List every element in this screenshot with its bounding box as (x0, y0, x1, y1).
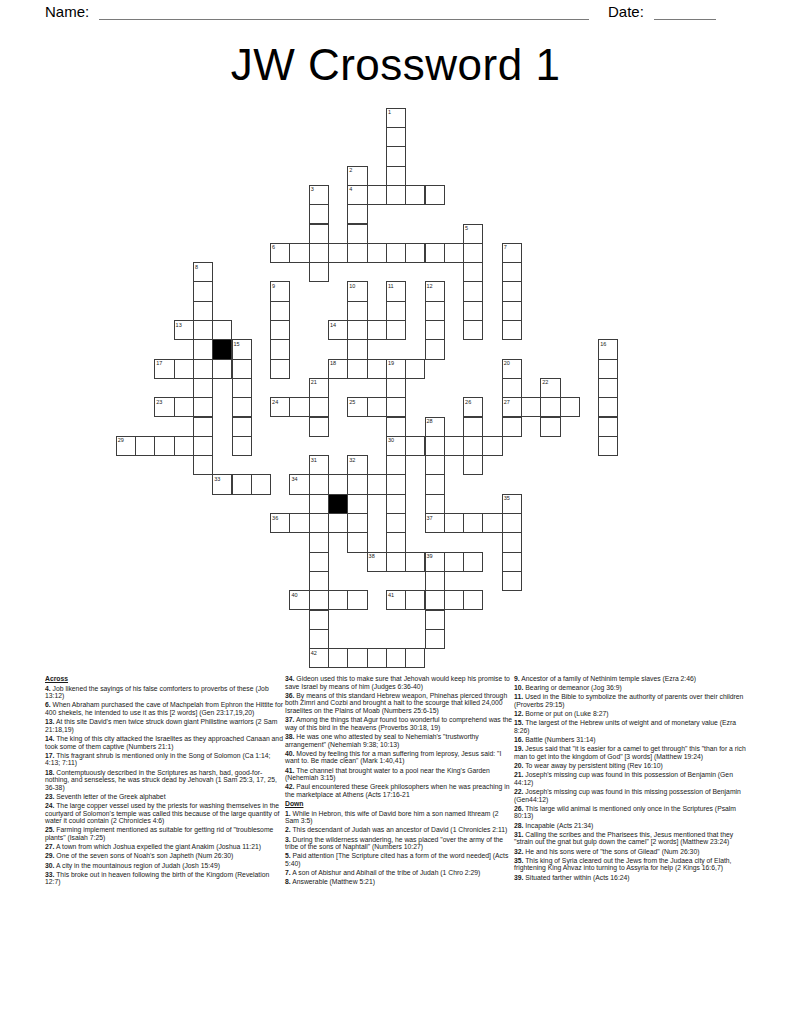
cell-number-19: 19 (388, 360, 394, 366)
grid-cell-r13c6[interactable] (232, 359, 252, 379)
grid-cell-r7c17[interactable] (444, 243, 464, 263)
grid-cell-r16c16[interactable]: 28 (425, 417, 445, 437)
clue-across-17: 17. This fragrant shrub is mentioned onl… (45, 752, 285, 767)
grid-cell-r15c3[interactable] (174, 397, 194, 417)
grid-cell-r4c12[interactable]: 4 (347, 185, 367, 205)
grid-cell-r14c6[interactable] (232, 378, 252, 398)
cell-number-42: 42 (311, 650, 317, 656)
grid-cell-r8c20[interactable] (502, 262, 522, 282)
cell-number-2: 2 (349, 167, 352, 173)
grid-cell-r23c14[interactable] (386, 552, 406, 572)
grid-cell-r16c18[interactable] (463, 417, 483, 437)
cell-number-25: 25 (349, 399, 355, 405)
clue-number: 38. (285, 733, 294, 740)
grid-cell-r13c12[interactable] (347, 359, 367, 379)
grid-cell-r25c11[interactable] (328, 590, 348, 610)
grid-cell-r23c13[interactable]: 38 (367, 552, 387, 572)
grid-cell-r28c12[interactable] (347, 648, 367, 668)
clue-number: 18. (45, 769, 54, 776)
grid-cell-r4c15[interactable] (405, 185, 425, 205)
grid-cell-r3c12[interactable]: 2 (347, 166, 367, 186)
grid-cell-r18c18[interactable] (463, 455, 483, 475)
grid-cell-r19c10[interactable] (309, 474, 329, 494)
grid-cell-r25c9[interactable]: 40 (289, 590, 309, 610)
grid-cell-r27c16[interactable] (425, 629, 445, 649)
grid-cell-r10c18[interactable] (463, 301, 483, 321)
grid-cell-r8c10[interactable] (309, 262, 329, 282)
grid-cell-r14c4[interactable] (193, 378, 213, 398)
clue-down-11: 11. Used in the Bible to symbolize the a… (514, 693, 747, 708)
grid-cell-r17c17[interactable] (444, 436, 464, 456)
grid-cell-r17c6[interactable] (232, 436, 252, 456)
clue-down-9: 9. Ancestor of a family of Nethinim temp… (514, 675, 747, 683)
grid-cell-r9c14[interactable]: 11 (386, 281, 406, 301)
clue-across-30: 30. A city in the mountainous region of … (45, 862, 285, 870)
grid-cell-r17c1[interactable] (135, 436, 155, 456)
clue-number: 6. (45, 701, 51, 708)
grid-cell-r16c20[interactable] (502, 417, 522, 437)
grid-cell-r9c20[interactable] (502, 281, 522, 301)
cell-number-12: 12 (427, 283, 433, 289)
clue-across-36: 36. By means of this standard Hebrew wea… (285, 692, 514, 715)
grid-cell-r21c16[interactable]: 37 (425, 513, 445, 533)
grid-cell-r10c8[interactable] (270, 301, 290, 321)
grid-cell-r23c20[interactable] (502, 552, 522, 572)
clue-down-5: 5. Paid attention [The Scripture cited h… (285, 852, 514, 867)
grid-cell-r12c25[interactable]: 16 (598, 339, 618, 359)
grid-cell-r19c11[interactable] (328, 474, 348, 494)
grid-cell-r19c14[interactable] (386, 474, 406, 494)
grid-cell-r15c25[interactable] (598, 397, 618, 417)
grid-cell-r24c16[interactable] (425, 571, 445, 591)
grid-cell-r13c2[interactable]: 17 (154, 359, 174, 379)
clue-down-10: 10. Bearing or demeanor (Jog 36:9) (514, 684, 747, 692)
grid-cell-r15c12[interactable]: 25 (347, 397, 367, 417)
clue-number: 14. (45, 735, 54, 742)
clue-number: 31. (514, 831, 523, 838)
grid-cell-r15c6[interactable] (232, 397, 252, 417)
grid-cell-r5c10[interactable] (309, 204, 329, 224)
clue-across-14: 14. The king of this city attacked the I… (45, 735, 285, 750)
grid-cell-r12c12[interactable] (347, 339, 367, 359)
clues-column-right: 9. Ancestor of a family of Nethinim temp… (514, 675, 747, 883)
grid-cell-r11c18[interactable] (463, 320, 483, 340)
clue-across-33: 33. This broke out in heaven following t… (45, 871, 285, 886)
cell-number-29: 29 (118, 437, 124, 443)
grid-cell-r22c12[interactable] (347, 532, 367, 552)
grid-cell-r17c18[interactable] (463, 436, 483, 456)
grid-cell-r21c18[interactable] (463, 513, 483, 533)
clue-down-7: 7. A son of Abishur and Abihail of the t… (285, 869, 514, 877)
cell-number-7: 7 (504, 244, 507, 250)
cell-number-21: 21 (311, 379, 317, 385)
grid-cell-r19c6[interactable] (232, 474, 252, 494)
grid-cell-r13c15[interactable] (405, 359, 425, 379)
grid-cell-r16c14[interactable] (386, 417, 406, 437)
grid-cell-r15c22[interactable] (540, 397, 560, 417)
cell-number-6: 6 (272, 244, 275, 250)
clue-across-4: 4. Job likened the sayings of his false … (45, 685, 285, 700)
grid-cell-r15c18[interactable]: 26 (463, 397, 483, 417)
name-label: Name: (45, 3, 89, 20)
grid-cell-r28c15[interactable] (405, 648, 425, 668)
grid-cell-r17c14[interactable]: 30 (386, 436, 406, 456)
grid-cell-r17c4[interactable] (193, 436, 213, 456)
grid-cell-r14c25[interactable] (598, 378, 618, 398)
grid-cell-r10c4[interactable] (193, 301, 213, 321)
clue-number: 16. (514, 736, 523, 743)
grid-cell-r15c13[interactable] (367, 397, 387, 417)
grid-cell-r9c12[interactable]: 10 (347, 281, 367, 301)
grid-cell-r19c12[interactable] (347, 474, 367, 494)
clue-number: 41. (285, 767, 294, 774)
cell-number-41: 41 (388, 592, 394, 598)
grid-cell-r7c16[interactable] (425, 243, 445, 263)
grid-cell-r11c5[interactable] (212, 320, 232, 340)
grid-cell-r9c4[interactable] (193, 281, 213, 301)
grid-cell-r8c4[interactable]: 8 (193, 262, 213, 282)
grid-cell-r17c25[interactable] (598, 436, 618, 456)
grid-cell-r18c12[interactable]: 32 (347, 455, 367, 475)
grid-cell-r15c4[interactable] (193, 397, 213, 417)
cell-number-39: 39 (427, 553, 433, 559)
grid-cell-r12c8[interactable] (270, 339, 290, 359)
clue-number: 33. (45, 871, 54, 878)
cell-number-33: 33 (214, 476, 220, 482)
grid-cell-r12c6[interactable]: 15 (232, 339, 252, 359)
grid-cell-r25c15[interactable] (405, 590, 425, 610)
clue-down-1: 1. While in Hebron, this wife of David b… (285, 810, 514, 825)
grid-cell-r21c20[interactable] (502, 513, 522, 533)
grid-cell-r17c3[interactable] (174, 436, 194, 456)
grid-cell-r15c10[interactable] (309, 397, 329, 417)
clue-number: 21. (514, 771, 523, 778)
clue-down-8: 8. Answerable (Matthew 5:21) (285, 878, 514, 886)
grid-cell-r28c13[interactable] (367, 648, 387, 668)
grid-cell-r24c10[interactable] (309, 571, 329, 591)
clue-across-40: 40. Moved by feeling this for a man suff… (285, 750, 514, 765)
grid-cell-r7c18[interactable] (463, 243, 483, 263)
grid-cell-r25c18[interactable] (463, 590, 483, 610)
grid-cell-r1c14[interactable] (386, 127, 406, 147)
grid-cell-r20c14[interactable] (386, 494, 406, 514)
grid-cell-r9c18[interactable] (463, 281, 483, 301)
grid-cell-r11c4[interactable] (193, 320, 213, 340)
cell-number-34: 34 (291, 476, 297, 482)
cell-number-26: 26 (465, 399, 471, 405)
clue-across-13: 13. At this site David's men twice struc… (45, 718, 285, 733)
grid-cell-r19c13[interactable] (367, 474, 387, 494)
grid-cell-r27c10[interactable] (309, 629, 329, 649)
clue-number: 24. (45, 802, 54, 809)
grid-cell-r22c14[interactable] (386, 532, 406, 552)
grid-cell-r16c22[interactable] (540, 417, 560, 437)
grid-cell-r11c8[interactable] (270, 320, 290, 340)
grid-cell-r13c25[interactable] (598, 359, 618, 379)
clue-number: 29. (45, 852, 54, 859)
grid-cell-r10c12[interactable] (347, 301, 367, 321)
grid-cell-r15c8[interactable]: 24 (270, 397, 290, 417)
grid-cell-r21c12[interactable] (347, 513, 367, 533)
clue-down-19: 19. Jesus said that "it is easier for a … (514, 745, 747, 760)
grid-cell-r10c14[interactable] (386, 301, 406, 321)
grid-cell-r21c10[interactable] (309, 513, 329, 533)
clue-down-39: 39. Situated farther within (Acts 16:24) (514, 874, 747, 882)
clue-number: 30. (45, 862, 54, 869)
clue-number: 40. (285, 750, 294, 757)
clue-across-27: 27. A town from which Joshua expelled th… (45, 843, 285, 851)
grid-cell-r15c21[interactable] (521, 397, 541, 417)
cell-number-22: 22 (542, 379, 548, 385)
grid-cell-r14c14[interactable] (386, 378, 406, 398)
grid-cell-r22c10[interactable] (309, 532, 329, 552)
grid-cell-r15c14[interactable] (386, 397, 406, 417)
name-line[interactable] (99, 19, 589, 20)
worksheet-page: Name: Date: JW Crossword 1 1234567891011… (0, 0, 791, 1024)
grid-cell-r6c12[interactable] (347, 224, 367, 244)
grid-cell-r26c16[interactable] (425, 610, 445, 630)
cell-number-18: 18 (330, 360, 336, 366)
cell-number-40: 40 (291, 592, 297, 598)
grid-cell-r5c12[interactable] (347, 204, 367, 224)
grid-cell-r7c14[interactable] (386, 243, 406, 263)
grid-cell-r7c9[interactable] (289, 243, 309, 263)
grid-cell-r15c9[interactable] (289, 397, 309, 417)
grid-cell-r18c4[interactable] (193, 455, 213, 475)
grid-cell-r12c4[interactable] (193, 339, 213, 359)
grid-cell-r11c20[interactable] (502, 320, 522, 340)
cell-number-9: 9 (272, 283, 275, 289)
grid-cell-r10c16[interactable] (425, 301, 445, 321)
clue-down-20: 20. To wear away by persistent biting (R… (514, 762, 747, 770)
grid-cell-r15c23[interactable] (560, 397, 580, 417)
grid-cell-r11c14[interactable] (386, 320, 406, 340)
grid-cell-r24c20[interactable] (502, 571, 522, 591)
grid-cell-r20c20[interactable]: 35 (502, 494, 522, 514)
grid-cell-r19c16[interactable] (425, 474, 445, 494)
grid-cell-r7c11[interactable] (328, 243, 348, 263)
grid-cell-r13c8[interactable] (270, 359, 290, 379)
grid-cell-r9c8[interactable]: 9 (270, 281, 290, 301)
clue-number: 10. (514, 684, 523, 691)
grid-cell-r16c6[interactable] (232, 417, 252, 437)
grid-cell-r3c14[interactable] (386, 166, 406, 186)
clue-number: 26. (514, 805, 523, 812)
clue-number: 27. (45, 843, 54, 850)
grid-cell-r21c17[interactable] (444, 513, 464, 533)
cell-number-24: 24 (272, 399, 278, 405)
cell-number-14: 14 (330, 322, 336, 328)
clue-across-38: 38. He was one who attested by seal to N… (285, 733, 514, 748)
grid-cell-r13c5[interactable] (212, 359, 232, 379)
grid-cell-r28c11[interactable] (328, 648, 348, 668)
clues-column-middle: 34. Gideon used this to make sure that J… (285, 675, 514, 888)
grid-cell-r13c13[interactable] (367, 359, 387, 379)
grid-cell-r16c10[interactable] (309, 417, 329, 437)
grid-cell-r23c18[interactable] (463, 552, 483, 572)
grid-cell-r4c14[interactable] (386, 185, 406, 205)
cell-number-13: 13 (176, 322, 182, 328)
clue-number: 23. (45, 793, 54, 800)
grid-cell-r7c15[interactable] (405, 243, 425, 263)
grid-cell-r21c9[interactable] (289, 513, 309, 533)
date-line[interactable] (654, 19, 716, 20)
grid-cell-r16c25[interactable] (598, 417, 618, 437)
cell-number-20: 20 (504, 360, 510, 366)
clue-number: 2. (285, 826, 291, 833)
clue-across-41: 41. The channel that brought water to a … (285, 767, 514, 782)
grid-cell-r10c20[interactable] (502, 301, 522, 321)
clue-number: 7. (285, 869, 291, 876)
grid-cell-r15c20[interactable]: 27 (502, 397, 522, 417)
grid-cell-r25c14[interactable]: 41 (386, 590, 406, 610)
clue-number: 8. (285, 878, 291, 885)
grid-cell-r2c14[interactable] (386, 146, 406, 166)
cell-number-5: 5 (465, 225, 468, 231)
clue-down-3: 3. During the wilderness wandering, he w… (285, 836, 514, 851)
clue-number: 37. (285, 716, 294, 723)
grid-cell-r19c9[interactable]: 34 (289, 474, 309, 494)
grid-cell-r20c12[interactable] (347, 494, 367, 514)
grid-cell-r20c10[interactable] (309, 494, 329, 514)
clue-across-18: 18. Contemptuously described in the Scri… (45, 769, 285, 792)
grid-cell-r28c10[interactable]: 42 (309, 648, 329, 668)
grid-cell-r14c22[interactable]: 22 (540, 378, 560, 398)
clue-down-15: 15. The largest of the Hebrew units of w… (514, 719, 747, 734)
grid-cell-r25c10[interactable] (309, 590, 329, 610)
grid-cell-r14c20[interactable] (502, 378, 522, 398)
grid-cell-r4c10[interactable]: 3 (309, 185, 329, 205)
clue-number: 39. (514, 874, 523, 881)
grid-cell-r7c10[interactable] (309, 243, 329, 263)
grid-cell-r11c12[interactable] (347, 320, 367, 340)
clue-number: 4. (45, 685, 51, 692)
grid-cell-r18c10[interactable]: 31 (309, 455, 329, 475)
clue-number: 42. (285, 783, 294, 790)
grid-cell-r22c20[interactable] (502, 532, 522, 552)
cell-number-3: 3 (311, 186, 314, 192)
clue-number: 20. (514, 762, 523, 769)
clue-number: 35. (514, 857, 523, 864)
grid-cell-r11c13[interactable] (367, 320, 387, 340)
grid-cell-r13c20[interactable]: 20 (502, 359, 522, 379)
grid-cell-r17c16[interactable] (425, 436, 445, 456)
page-title: JW Crossword 1 (0, 40, 791, 90)
cell-number-27: 27 (504, 399, 510, 405)
grid-cell-r25c17[interactable] (444, 590, 464, 610)
grid-cell-r7c12[interactable] (347, 243, 367, 263)
clue-number: 17. (45, 752, 54, 759)
grid-cell-r17c15[interactable] (405, 436, 425, 456)
grid-cell-r25c12[interactable] (347, 590, 367, 610)
grid-cell-r17c2[interactable] (154, 436, 174, 456)
grid-cell-r11c11[interactable]: 14 (328, 320, 348, 340)
cell-number-35: 35 (504, 495, 510, 501)
grid-cell-r8c18[interactable] (463, 262, 483, 282)
grid-cell-r0c14[interactable]: 1 (386, 108, 406, 128)
clue-across-6: 6. When Abraham purchased the cave of Ma… (45, 701, 285, 716)
clue-number: 36. (285, 692, 294, 699)
grid-cell-r28c14[interactable] (386, 648, 406, 668)
grid-cell-r11c3[interactable]: 13 (174, 320, 194, 340)
grid-cell-r13c3[interactable] (174, 359, 194, 379)
grid-cell-r18c14[interactable] (386, 455, 406, 475)
grid-cell-r7c13[interactable] (367, 243, 387, 263)
cell-number-1: 1 (388, 109, 391, 115)
grid-cell-r26c10[interactable] (309, 610, 329, 630)
grid-cell-r12c16[interactable] (425, 339, 445, 359)
grid-cell-r21c14[interactable] (386, 513, 406, 533)
grid-cell-r23c16[interactable]: 39 (425, 552, 445, 572)
grid-cell-r7c20[interactable]: 7 (502, 243, 522, 263)
black-cell-r20c11 (328, 494, 348, 514)
grid-cell-r15c2[interactable]: 23 (154, 397, 174, 417)
cell-number-17: 17 (156, 360, 162, 366)
grid-cell-r17c0[interactable]: 29 (116, 436, 136, 456)
grid-cell-r18c16[interactable] (425, 455, 445, 475)
grid-cell-r21c8[interactable]: 36 (270, 513, 290, 533)
grid-cell-r21c19[interactable] (482, 513, 502, 533)
across-header: Across (45, 675, 285, 683)
grid-cell-r23c15[interactable] (405, 552, 425, 572)
clue-number: 5. (285, 852, 291, 859)
clue-number: 25. (45, 826, 54, 833)
clue-number: 22. (514, 788, 523, 795)
grid-cell-r19c5[interactable]: 33 (212, 474, 232, 494)
grid-cell-r17c19[interactable] (482, 436, 502, 456)
cell-number-31: 31 (311, 457, 317, 463)
clue-across-29: 29. One of the seven sons of Noah's son … (45, 852, 285, 860)
grid-cell-r4c13[interactable] (367, 185, 387, 205)
clue-number: 28. (514, 822, 523, 829)
clue-number: 11. (514, 693, 523, 700)
clue-number: 9. (514, 675, 520, 682)
grid-cell-r11c16[interactable] (425, 320, 445, 340)
grid-cell-r13c14[interactable]: 19 (386, 359, 406, 379)
cell-number-10: 10 (349, 283, 355, 289)
grid-cell-r6c10[interactable] (309, 224, 329, 244)
cell-number-37: 37 (427, 515, 433, 521)
cell-number-36: 36 (272, 515, 278, 521)
grid-cell-r6c18[interactable]: 5 (463, 224, 483, 244)
clue-down-31: 31. Calling the scribes and the Pharisee… (514, 831, 747, 846)
cell-number-11: 11 (388, 283, 394, 289)
grid-cell-r23c10[interactable] (309, 552, 329, 572)
grid-cell-r23c17[interactable] (444, 552, 464, 572)
grid-cell-r21c11[interactable] (328, 513, 348, 533)
grid-cell-r19c7[interactable] (251, 474, 271, 494)
grid-cell-r20c16[interactable] (425, 494, 445, 514)
clue-across-24: 24. The large copper vessel used by the … (45, 802, 285, 825)
grid-cell-r14c10[interactable]: 21 (309, 378, 329, 398)
grid-cell-r13c4[interactable] (193, 359, 213, 379)
clue-across-34: 34. Gideon used this to make sure that J… (285, 675, 514, 690)
clue-number: 34. (285, 675, 294, 682)
clue-number: 13. (45, 718, 54, 725)
grid-cell-r4c16[interactable] (425, 185, 445, 205)
grid-cell-r16c4[interactable] (193, 417, 213, 437)
grid-cell-r25c16[interactable] (425, 590, 445, 610)
cell-number-38: 38 (369, 553, 375, 559)
clue-number: 12. (514, 710, 523, 717)
clue-down-21: 21. Joseph's missing cup was found in th… (514, 771, 747, 786)
clue-across-42: 42. Paul encountered these Greek philoso… (285, 783, 514, 798)
clue-down-16: 16. Battle (Numbers 31:14) (514, 736, 747, 744)
grid-cell-r7c8[interactable]: 6 (270, 243, 290, 263)
grid-cell-r9c16[interactable]: 12 (425, 281, 445, 301)
cell-number-23: 23 (156, 399, 162, 405)
grid-cell-r13c11[interactable]: 18 (328, 359, 348, 379)
